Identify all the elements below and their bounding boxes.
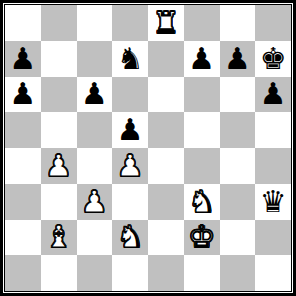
piece-black-pawn: ♟ <box>224 44 251 74</box>
square-b6[interactable] <box>41 77 77 113</box>
square-e8[interactable]: ♜ <box>148 5 184 41</box>
square-d8[interactable] <box>112 5 148 41</box>
piece-black-pawn: ♟ <box>188 44 215 74</box>
square-f8[interactable] <box>184 5 220 41</box>
square-h8[interactable] <box>255 5 291 41</box>
square-c2[interactable] <box>77 220 113 256</box>
square-c7[interactable] <box>77 41 113 77</box>
square-h5[interactable] <box>255 112 291 148</box>
square-e1[interactable] <box>148 255 184 291</box>
piece-black-knight: ♞ <box>117 44 144 74</box>
square-c3[interactable]: ♟ <box>77 184 113 220</box>
square-h1[interactable] <box>255 255 291 291</box>
square-d5[interactable]: ♟ <box>112 112 148 148</box>
square-g5[interactable] <box>220 112 256 148</box>
square-a3[interactable] <box>5 184 41 220</box>
square-a7[interactable]: ♟ <box>5 41 41 77</box>
square-a5[interactable] <box>5 112 41 148</box>
square-h2[interactable] <box>255 220 291 256</box>
piece-black-pawn: ♟ <box>117 115 144 145</box>
piece-black-pawn: ♟ <box>9 44 36 74</box>
square-f2[interactable]: ♚ <box>184 220 220 256</box>
square-g8[interactable] <box>220 5 256 41</box>
piece-white-pawn: ♟ <box>117 151 144 181</box>
square-a2[interactable] <box>5 220 41 256</box>
square-g2[interactable] <box>220 220 256 256</box>
square-f7[interactable]: ♟ <box>184 41 220 77</box>
square-c4[interactable] <box>77 148 113 184</box>
square-e4[interactable] <box>148 148 184 184</box>
square-c1[interactable] <box>77 255 113 291</box>
square-b7[interactable] <box>41 41 77 77</box>
square-b4[interactable]: ♟ <box>41 148 77 184</box>
square-b5[interactable] <box>41 112 77 148</box>
square-d3[interactable] <box>112 184 148 220</box>
square-c6[interactable]: ♟ <box>77 77 113 113</box>
piece-white-pawn: ♟ <box>45 151 72 181</box>
piece-white-knight: ♞ <box>188 187 215 217</box>
piece-white-pawn: ♟ <box>81 187 108 217</box>
square-d6[interactable] <box>112 77 148 113</box>
square-g7[interactable]: ♟ <box>220 41 256 77</box>
square-e3[interactable] <box>148 184 184 220</box>
square-g1[interactable] <box>220 255 256 291</box>
square-f1[interactable] <box>184 255 220 291</box>
piece-white-knight: ♞ <box>117 222 144 252</box>
square-d2[interactable]: ♞ <box>112 220 148 256</box>
piece-black-king: ♚ <box>260 44 287 74</box>
square-e6[interactable] <box>148 77 184 113</box>
square-b8[interactable] <box>41 5 77 41</box>
square-b3[interactable] <box>41 184 77 220</box>
square-e7[interactable] <box>148 41 184 77</box>
square-d7[interactable]: ♞ <box>112 41 148 77</box>
square-h6[interactable]: ♟ <box>255 77 291 113</box>
square-a1[interactable] <box>5 255 41 291</box>
square-c8[interactable] <box>77 5 113 41</box>
piece-white-bishop: ♝ <box>45 222 72 252</box>
piece-black-pawn: ♟ <box>260 79 287 109</box>
square-d4[interactable]: ♟ <box>112 148 148 184</box>
square-g3[interactable] <box>220 184 256 220</box>
piece-white-king: ♚ <box>188 222 215 252</box>
chess-board-frame: ♜♟♞♟♟♚♟♟♟♟♟♟♟♞♛♝♞♚ <box>0 0 296 296</box>
square-g4[interactable] <box>220 148 256 184</box>
chess-board: ♜♟♞♟♟♚♟♟♟♟♟♟♟♞♛♝♞♚ <box>5 5 291 291</box>
square-f3[interactable]: ♞ <box>184 184 220 220</box>
square-f5[interactable] <box>184 112 220 148</box>
chess-board-inner-border: ♜♟♞♟♟♚♟♟♟♟♟♟♟♞♛♝♞♚ <box>4 4 292 292</box>
piece-black-pawn: ♟ <box>81 79 108 109</box>
square-c5[interactable] <box>77 112 113 148</box>
square-h3[interactable]: ♛ <box>255 184 291 220</box>
square-f6[interactable] <box>184 77 220 113</box>
square-a6[interactable]: ♟ <box>5 77 41 113</box>
square-h7[interactable]: ♚ <box>255 41 291 77</box>
square-a8[interactable] <box>5 5 41 41</box>
piece-black-queen: ♛ <box>260 187 287 217</box>
square-h4[interactable] <box>255 148 291 184</box>
square-b1[interactable] <box>41 255 77 291</box>
square-e2[interactable] <box>148 220 184 256</box>
piece-black-pawn: ♟ <box>9 79 36 109</box>
square-g6[interactable] <box>220 77 256 113</box>
square-b2[interactable]: ♝ <box>41 220 77 256</box>
square-a4[interactable] <box>5 148 41 184</box>
square-f4[interactable] <box>184 148 220 184</box>
square-e5[interactable] <box>148 112 184 148</box>
square-d1[interactable] <box>112 255 148 291</box>
piece-white-rook: ♜ <box>152 8 179 38</box>
